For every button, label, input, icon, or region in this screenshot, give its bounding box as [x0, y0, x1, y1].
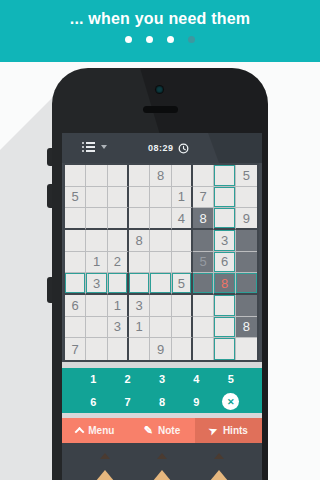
cell-r3c5[interactable] — [150, 208, 171, 230]
cell-r5c4[interactable] — [129, 252, 150, 274]
cell-r9c2[interactable] — [86, 338, 107, 360]
cell-r2c3[interactable] — [108, 187, 129, 209]
numpad-9[interactable]: 9 — [179, 396, 213, 408]
cell-r4c9[interactable] — [236, 230, 257, 252]
cell-r8c5[interactable] — [150, 317, 171, 339]
list-icon — [82, 142, 95, 152]
cell-r9c8[interactable] — [214, 338, 235, 360]
cell-r4c8[interactable]: 3 — [214, 230, 235, 252]
cell-r5c2[interactable]: 1 — [86, 252, 107, 274]
cell-r8c4[interactable]: 1 — [129, 317, 150, 339]
numpad-3[interactable]: 3 — [145, 373, 179, 385]
cell-r1c4[interactable] — [129, 165, 150, 187]
cell-r4c1[interactable] — [65, 230, 86, 252]
cell-r9c9[interactable] — [236, 338, 257, 360]
banner: ... when you need them — [0, 0, 320, 62]
cell-r5c9[interactable] — [236, 252, 257, 274]
timer[interactable]: 08:29 — [148, 133, 189, 163]
numpad-5[interactable]: 5 — [214, 373, 248, 385]
cell-r6c7[interactable] — [193, 273, 214, 295]
numpad-7[interactable]: 7 — [110, 396, 144, 408]
cell-r9c1[interactable]: 7 — [65, 338, 86, 360]
cell-r8c9[interactable]: 8 — [236, 317, 257, 339]
pencil-graphic — [205, 453, 233, 471]
numpad-2[interactable]: 2 — [110, 373, 144, 385]
screenshot: ... when you need them 08:29 — [0, 0, 320, 480]
cell-r8c6[interactable] — [172, 317, 193, 339]
page-dot-4 — [188, 36, 195, 43]
numpad-1[interactable]: 1 — [76, 373, 110, 385]
cell-r6c9[interactable] — [236, 273, 257, 295]
cell-r1c5[interactable]: 8 — [150, 165, 171, 187]
page-title: ... when you need them — [0, 10, 320, 28]
cell-r5c1[interactable] — [65, 252, 86, 274]
cell-r2c6[interactable]: 1 — [172, 187, 193, 209]
cell-r8c3[interactable]: 3 — [108, 317, 129, 339]
caret-down-icon — [101, 145, 107, 149]
cell-r3c4[interactable] — [129, 208, 150, 230]
cell-r8c7[interactable] — [193, 317, 214, 339]
cell-r7c6[interactable] — [172, 295, 193, 317]
menu-button[interactable]: Menu — [62, 418, 129, 443]
cell-r1c9[interactable]: 5 — [236, 165, 257, 187]
page-dot-2 — [146, 36, 153, 43]
front-camera-icon — [156, 86, 163, 93]
phone-mockup: 08:29 8551748983125635861331879 12345678… — [52, 68, 268, 480]
cell-r9c3[interactable] — [108, 338, 129, 360]
numpad-8[interactable]: 8 — [145, 396, 179, 408]
cell-r7c2[interactable] — [86, 295, 107, 317]
cell-r3c9[interactable]: 9 — [236, 208, 257, 230]
cell-r6c5[interactable] — [150, 273, 171, 295]
cell-r3c2[interactable] — [86, 208, 107, 230]
page-dots — [0, 36, 320, 43]
cell-r6c4[interactable] — [129, 273, 150, 295]
cell-r1c3[interactable] — [108, 165, 129, 187]
cell-r4c2[interactable] — [86, 230, 107, 252]
cell-r5c5[interactable] — [150, 252, 171, 274]
cell-r8c1[interactable] — [65, 317, 86, 339]
cell-r6c3[interactable] — [108, 273, 129, 295]
paper-plane-icon: ➤ — [208, 424, 220, 436]
cell-r9c6[interactable] — [172, 338, 193, 360]
cell-r2c4[interactable] — [129, 187, 150, 209]
cell-r5c6[interactable] — [172, 252, 193, 274]
app-screen: 08:29 8551748983125635861331879 12345678… — [62, 133, 262, 480]
cell-r2c9[interactable] — [236, 187, 257, 209]
cell-r9c7[interactable] — [193, 338, 214, 360]
timer-value: 08:29 — [148, 143, 174, 153]
cell-r7c3[interactable]: 1 — [108, 295, 129, 317]
cell-r2c5[interactable] — [150, 187, 171, 209]
cell-r8c2[interactable] — [86, 317, 107, 339]
cell-r7c8[interactable] — [214, 295, 235, 317]
clock-icon — [178, 143, 189, 154]
erase-button[interactable]: ✕ — [222, 393, 239, 410]
cell-r6c6[interactable]: 5 — [172, 273, 193, 295]
list-menu-button[interactable] — [82, 142, 107, 152]
cell-r3c3[interactable] — [108, 208, 129, 230]
cell-r7c7[interactable] — [193, 295, 214, 317]
menu-button-label: Menu — [88, 425, 114, 436]
cell-r6c2[interactable]: 3 — [86, 273, 107, 295]
hints-button[interactable]: ➤ Hints — [195, 418, 262, 443]
sudoku-board: 8551748983125635861331879 — [63, 163, 259, 362]
cell-r9c4[interactable] — [129, 338, 150, 360]
cell-r3c7[interactable]: 8 — [193, 208, 214, 230]
note-button[interactable]: ✎ Note — [129, 418, 196, 443]
cell-r2c1[interactable]: 5 — [65, 187, 86, 209]
numpad-4[interactable]: 4 — [179, 373, 213, 385]
cell-r4c5[interactable] — [150, 230, 171, 252]
cell-r4c4[interactable]: 8 — [129, 230, 150, 252]
cell-r5c7[interactable]: 5 — [193, 252, 214, 274]
cell-r2c8[interactable] — [214, 187, 235, 209]
pencil-icon: ✎ — [144, 425, 153, 436]
app-toolbar: 08:29 — [62, 133, 262, 163]
hints-button-label: Hints — [223, 425, 248, 436]
cell-r3c1[interactable] — [65, 208, 86, 230]
cell-r6c1[interactable] — [65, 273, 86, 295]
cell-r3c8[interactable] — [214, 208, 235, 230]
cell-r1c2[interactable] — [86, 165, 107, 187]
cell-r5c3[interactable]: 2 — [108, 252, 129, 274]
cell-r4c3[interactable] — [108, 230, 129, 252]
cell-r3c6[interactable]: 4 — [172, 208, 193, 230]
page-dot-1 — [125, 36, 132, 43]
pencil-footer — [62, 443, 262, 480]
pencil-graphic — [148, 453, 176, 471]
pencil-graphic — [91, 453, 119, 471]
earpiece-speaker — [143, 106, 178, 113]
cell-r5c8[interactable]: 6 — [214, 252, 235, 274]
numpad-6[interactable]: 6 — [76, 396, 110, 408]
cell-r8c8[interactable] — [214, 317, 235, 339]
cell-r1c8[interactable] — [214, 165, 235, 187]
cell-r7c4[interactable]: 3 — [129, 295, 150, 317]
cell-r6c8[interactable]: 8 — [214, 273, 235, 295]
cell-r1c7[interactable] — [193, 165, 214, 187]
cell-r4c7[interactable] — [193, 230, 214, 252]
cell-r7c9[interactable] — [236, 295, 257, 317]
cell-r7c5[interactable] — [150, 295, 171, 317]
chevron-up-icon — [75, 427, 85, 437]
page-dot-3 — [167, 36, 174, 43]
note-button-label: Note — [158, 425, 180, 436]
cell-r1c6[interactable] — [172, 165, 193, 187]
cell-r2c2[interactable] — [86, 187, 107, 209]
cell-r7c1[interactable]: 6 — [65, 295, 86, 317]
cell-r2c7[interactable]: 7 — [193, 187, 214, 209]
cell-r4c6[interactable] — [172, 230, 193, 252]
cell-r9c5[interactable]: 9 — [150, 338, 171, 360]
action-bar: Menu ✎ Note ➤ Hints — [62, 418, 262, 443]
cell-r1c1[interactable] — [65, 165, 86, 187]
number-pad: 123456789✕ — [62, 368, 262, 413]
